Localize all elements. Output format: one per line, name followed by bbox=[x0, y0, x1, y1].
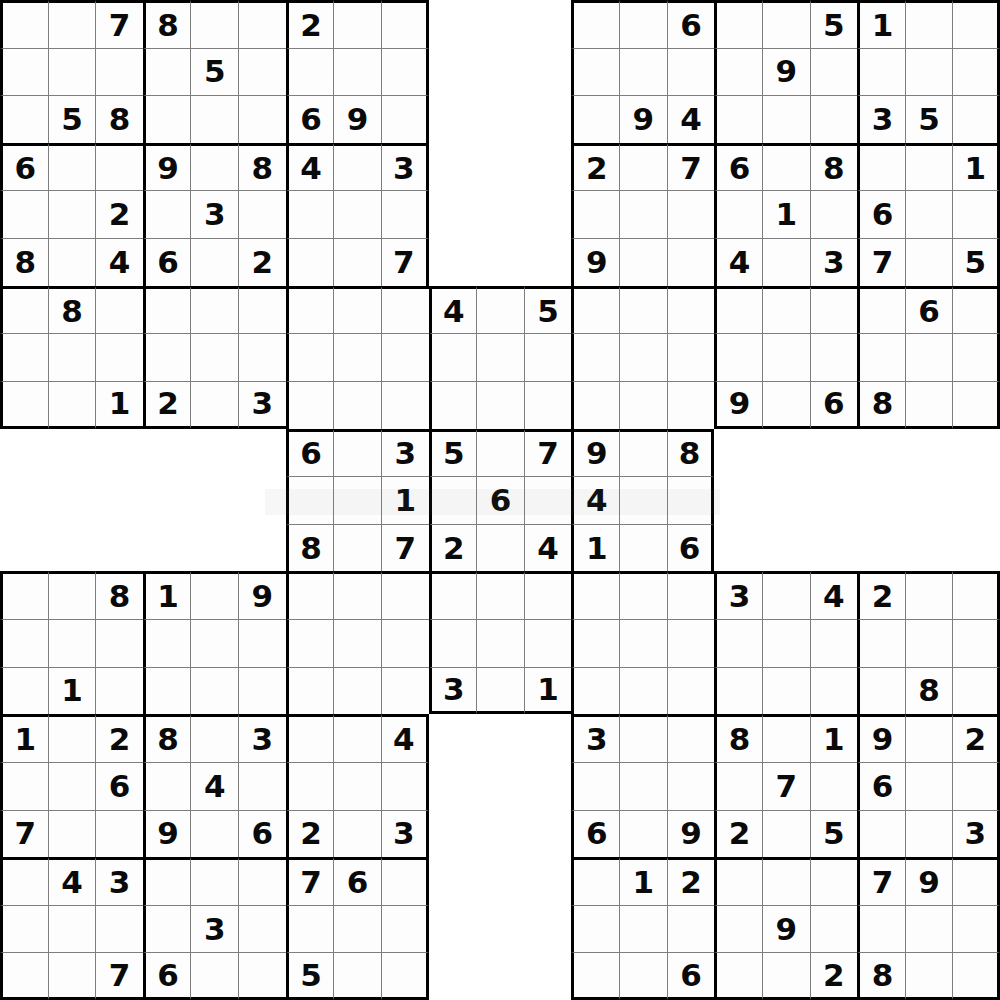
sudoku-cell[interactable] bbox=[333, 476, 381, 524]
sudoku-cell[interactable] bbox=[286, 476, 334, 524]
sudoku-cell-given[interactable]: 6 bbox=[143, 238, 191, 286]
sudoku-cell[interactable] bbox=[571, 762, 619, 810]
sudoku-cell[interactable] bbox=[619, 619, 667, 667]
sudoku-cell[interactable] bbox=[238, 762, 286, 810]
sudoku-cell-given[interactable]: 2 bbox=[667, 857, 715, 905]
sudoku-cell-given[interactable]: 2 bbox=[95, 714, 143, 762]
sudoku-cell-given[interactable]: 2 bbox=[810, 952, 858, 1000]
sudoku-cell[interactable] bbox=[952, 286, 1000, 334]
sudoku-cell-given[interactable]: 5 bbox=[429, 429, 477, 477]
sudoku-cell[interactable] bbox=[952, 857, 1000, 905]
sudoku-cell[interactable] bbox=[333, 286, 381, 334]
sudoku-cell[interactable] bbox=[0, 0, 48, 48]
sudoku-cell-given[interactable]: 8 bbox=[714, 714, 762, 762]
sudoku-cell[interactable] bbox=[333, 524, 381, 572]
sudoku-cell[interactable] bbox=[667, 381, 715, 429]
sudoku-cell[interactable] bbox=[48, 810, 96, 858]
sudoku-cell[interactable] bbox=[952, 667, 1000, 715]
sudoku-cell[interactable] bbox=[95, 667, 143, 715]
sudoku-cell-given[interactable]: 3 bbox=[810, 238, 858, 286]
sudoku-cell[interactable] bbox=[857, 143, 905, 191]
sudoku-cell[interactable] bbox=[0, 952, 48, 1000]
sudoku-cell[interactable] bbox=[143, 905, 191, 953]
sudoku-cell[interactable] bbox=[667, 190, 715, 238]
sudoku-cell[interactable] bbox=[190, 286, 238, 334]
sudoku-cell[interactable] bbox=[571, 619, 619, 667]
sudoku-cell[interactable] bbox=[762, 571, 810, 619]
sudoku-cell[interactable] bbox=[48, 762, 96, 810]
sudoku-cell[interactable] bbox=[429, 476, 477, 524]
sudoku-cell[interactable] bbox=[667, 714, 715, 762]
sudoku-cell-given[interactable]: 3 bbox=[952, 810, 1000, 858]
sudoku-cell-given[interactable]: 4 bbox=[810, 571, 858, 619]
sudoku-cell[interactable] bbox=[952, 952, 1000, 1000]
sudoku-cell[interactable] bbox=[381, 762, 429, 810]
sudoku-cell[interactable] bbox=[810, 333, 858, 381]
sudoku-cell-given[interactable]: 3 bbox=[381, 143, 429, 191]
sudoku-cell-given[interactable]: 5 bbox=[810, 0, 858, 48]
sudoku-cell[interactable] bbox=[381, 190, 429, 238]
sudoku-cell-given[interactable]: 4 bbox=[429, 286, 477, 334]
sudoku-cell[interactable] bbox=[952, 571, 1000, 619]
sudoku-cell[interactable] bbox=[619, 571, 667, 619]
sudoku-cell[interactable] bbox=[524, 571, 572, 619]
sudoku-cell[interactable] bbox=[95, 143, 143, 191]
sudoku-cell[interactable] bbox=[905, 952, 953, 1000]
sudoku-cell-given[interactable]: 4 bbox=[714, 238, 762, 286]
sudoku-cell[interactable] bbox=[143, 857, 191, 905]
sudoku-cell-given[interactable]: 9 bbox=[667, 810, 715, 858]
sudoku-cell-given[interactable]: 1 bbox=[143, 571, 191, 619]
sudoku-cell[interactable] bbox=[619, 333, 667, 381]
sudoku-cell[interactable] bbox=[48, 0, 96, 48]
sudoku-cell[interactable] bbox=[762, 857, 810, 905]
sudoku-cell[interactable] bbox=[95, 286, 143, 334]
sudoku-cell-given[interactable]: 5 bbox=[905, 95, 953, 143]
sudoku-cell[interactable] bbox=[857, 333, 905, 381]
sudoku-cell[interactable] bbox=[714, 667, 762, 715]
sudoku-cell[interactable] bbox=[857, 48, 905, 96]
sudoku-cell-given[interactable]: 3 bbox=[190, 905, 238, 953]
sudoku-cell[interactable] bbox=[905, 762, 953, 810]
sudoku-cell-given[interactable]: 9 bbox=[333, 95, 381, 143]
sudoku-cell[interactable] bbox=[381, 571, 429, 619]
sudoku-cell[interactable] bbox=[524, 619, 572, 667]
sudoku-cell[interactable] bbox=[95, 48, 143, 96]
sudoku-cell[interactable] bbox=[571, 286, 619, 334]
sudoku-cell[interactable] bbox=[333, 952, 381, 1000]
sudoku-cell[interactable] bbox=[667, 905, 715, 953]
sudoku-cell[interactable] bbox=[810, 857, 858, 905]
sudoku-cell[interactable] bbox=[333, 905, 381, 953]
sudoku-cell[interactable] bbox=[619, 238, 667, 286]
sudoku-cell[interactable] bbox=[619, 190, 667, 238]
sudoku-cell[interactable] bbox=[952, 0, 1000, 48]
sudoku-cell[interactable] bbox=[571, 667, 619, 715]
sudoku-cell[interactable] bbox=[286, 381, 334, 429]
sudoku-cell[interactable] bbox=[810, 667, 858, 715]
sudoku-cell[interactable] bbox=[286, 190, 334, 238]
sudoku-cell[interactable] bbox=[476, 286, 524, 334]
sudoku-cell-given[interactable]: 7 bbox=[857, 857, 905, 905]
sudoku-cell-given[interactable]: 6 bbox=[667, 524, 715, 572]
sudoku-cell-given[interactable]: 9 bbox=[905, 857, 953, 905]
sudoku-cell[interactable] bbox=[857, 619, 905, 667]
sudoku-cell[interactable] bbox=[571, 95, 619, 143]
sudoku-cell-given[interactable]: 5 bbox=[952, 238, 1000, 286]
sudoku-cell-given[interactable]: 6 bbox=[0, 143, 48, 191]
sudoku-cell[interactable] bbox=[333, 571, 381, 619]
sudoku-cell[interactable] bbox=[762, 286, 810, 334]
sudoku-cell[interactable] bbox=[286, 905, 334, 953]
sudoku-cell-given[interactable]: 1 bbox=[95, 381, 143, 429]
sudoku-cell-given[interactable]: 6 bbox=[333, 857, 381, 905]
sudoku-cell[interactable] bbox=[333, 762, 381, 810]
sudoku-cell[interactable] bbox=[524, 381, 572, 429]
sudoku-cell-given[interactable]: 2 bbox=[286, 810, 334, 858]
sudoku-cell[interactable] bbox=[667, 619, 715, 667]
sudoku-cell-given[interactable]: 3 bbox=[714, 571, 762, 619]
sudoku-cell[interactable] bbox=[857, 810, 905, 858]
sudoku-cell[interactable] bbox=[0, 286, 48, 334]
sudoku-cell-given[interactable]: 8 bbox=[0, 238, 48, 286]
sudoku-cell[interactable] bbox=[667, 476, 715, 524]
sudoku-cell-given[interactable]: 8 bbox=[143, 0, 191, 48]
sudoku-cell-given[interactable]: 9 bbox=[714, 381, 762, 429]
sudoku-cell[interactable] bbox=[143, 667, 191, 715]
sudoku-cell[interactable] bbox=[381, 48, 429, 96]
sudoku-cell[interactable] bbox=[286, 571, 334, 619]
sudoku-cell[interactable] bbox=[905, 333, 953, 381]
sudoku-cell[interactable] bbox=[571, 952, 619, 1000]
sudoku-cell-given[interactable]: 9 bbox=[571, 429, 619, 477]
sudoku-cell[interactable] bbox=[952, 762, 1000, 810]
sudoku-cell[interactable] bbox=[190, 381, 238, 429]
sudoku-cell[interactable] bbox=[714, 286, 762, 334]
sudoku-cell[interactable] bbox=[95, 333, 143, 381]
sudoku-cell[interactable] bbox=[143, 95, 191, 143]
sudoku-cell[interactable] bbox=[381, 286, 429, 334]
sudoku-cell[interactable] bbox=[190, 571, 238, 619]
sudoku-cell[interactable] bbox=[286, 667, 334, 715]
sudoku-cell-given[interactable]: 8 bbox=[857, 952, 905, 1000]
sudoku-cell[interactable] bbox=[143, 286, 191, 334]
sudoku-cell[interactable] bbox=[190, 95, 238, 143]
sudoku-cell[interactable] bbox=[190, 810, 238, 858]
sudoku-cell[interactable] bbox=[619, 524, 667, 572]
sudoku-cell[interactable] bbox=[810, 905, 858, 953]
sudoku-cell-given[interactable]: 4 bbox=[524, 524, 572, 572]
sudoku-cell[interactable] bbox=[857, 905, 905, 953]
sudoku-cell[interactable] bbox=[667, 238, 715, 286]
sudoku-cell-given[interactable]: 6 bbox=[667, 0, 715, 48]
sudoku-cell-given[interactable]: 2 bbox=[143, 381, 191, 429]
sudoku-cell-given[interactable]: 4 bbox=[286, 143, 334, 191]
sudoku-cell[interactable] bbox=[476, 619, 524, 667]
sudoku-cell-given[interactable]: 3 bbox=[381, 429, 429, 477]
sudoku-cell[interactable] bbox=[476, 429, 524, 477]
sudoku-cell-given[interactable]: 9 bbox=[571, 238, 619, 286]
sudoku-cell[interactable] bbox=[714, 95, 762, 143]
sudoku-cell[interactable] bbox=[476, 571, 524, 619]
sudoku-cell-given[interactable]: 3 bbox=[571, 714, 619, 762]
sudoku-cell[interactable] bbox=[238, 857, 286, 905]
sudoku-cell-given[interactable]: 4 bbox=[95, 238, 143, 286]
sudoku-cell[interactable] bbox=[619, 905, 667, 953]
sudoku-cell[interactable] bbox=[190, 714, 238, 762]
sudoku-cell[interactable] bbox=[381, 905, 429, 953]
sudoku-cell-given[interactable]: 7 bbox=[286, 857, 334, 905]
sudoku-cell[interactable] bbox=[190, 667, 238, 715]
sudoku-cell[interactable] bbox=[95, 905, 143, 953]
sudoku-cell[interactable] bbox=[714, 190, 762, 238]
sudoku-cell[interactable] bbox=[143, 190, 191, 238]
sudoku-cell-given[interactable]: 7 bbox=[381, 238, 429, 286]
sudoku-cell[interactable] bbox=[571, 571, 619, 619]
sudoku-cell[interactable] bbox=[905, 190, 953, 238]
sudoku-cell[interactable] bbox=[905, 143, 953, 191]
sudoku-cell[interactable] bbox=[762, 714, 810, 762]
sudoku-cell-given[interactable]: 1 bbox=[857, 0, 905, 48]
sudoku-cell-given[interactable]: 7 bbox=[95, 0, 143, 48]
sudoku-cell[interactable] bbox=[381, 0, 429, 48]
sudoku-cell[interactable] bbox=[619, 0, 667, 48]
sudoku-cell[interactable] bbox=[714, 762, 762, 810]
sudoku-cell[interactable] bbox=[810, 286, 858, 334]
sudoku-cell-given[interactable]: 7 bbox=[762, 762, 810, 810]
sudoku-cell[interactable] bbox=[429, 619, 477, 667]
sudoku-cell[interactable] bbox=[48, 238, 96, 286]
sudoku-cell-given[interactable]: 5 bbox=[810, 810, 858, 858]
sudoku-cell[interactable] bbox=[762, 95, 810, 143]
sudoku-cell[interactable] bbox=[190, 0, 238, 48]
sudoku-cell-given[interactable]: 2 bbox=[857, 571, 905, 619]
sudoku-cell[interactable] bbox=[857, 286, 905, 334]
sudoku-cell[interactable] bbox=[190, 952, 238, 1000]
sudoku-cell-given[interactable]: 5 bbox=[286, 952, 334, 1000]
sudoku-cell[interactable] bbox=[48, 714, 96, 762]
sudoku-cell[interactable] bbox=[48, 619, 96, 667]
sudoku-cell[interactable] bbox=[95, 619, 143, 667]
sudoku-cell-given[interactable]: 4 bbox=[48, 857, 96, 905]
sudoku-cell-given[interactable]: 1 bbox=[762, 190, 810, 238]
sudoku-cell-given[interactable]: 2 bbox=[952, 714, 1000, 762]
sudoku-cell[interactable] bbox=[143, 333, 191, 381]
sudoku-cell-given[interactable]: 2 bbox=[238, 238, 286, 286]
sudoku-cell-given[interactable]: 3 bbox=[190, 190, 238, 238]
sudoku-cell[interactable] bbox=[571, 381, 619, 429]
sudoku-cell[interactable] bbox=[238, 48, 286, 96]
sudoku-cell-given[interactable]: 8 bbox=[286, 524, 334, 572]
sudoku-cell[interactable] bbox=[619, 667, 667, 715]
sudoku-cell[interactable] bbox=[0, 381, 48, 429]
sudoku-cell[interactable] bbox=[619, 952, 667, 1000]
sudoku-cell[interactable] bbox=[333, 429, 381, 477]
sudoku-cell[interactable] bbox=[905, 48, 953, 96]
sudoku-cell[interactable] bbox=[286, 619, 334, 667]
sudoku-cell[interactable] bbox=[810, 762, 858, 810]
sudoku-cell-given[interactable]: 2 bbox=[286, 0, 334, 48]
sudoku-cell[interactable] bbox=[286, 238, 334, 286]
sudoku-cell[interactable] bbox=[952, 381, 1000, 429]
sudoku-cell[interactable] bbox=[714, 619, 762, 667]
sudoku-cell[interactable] bbox=[286, 48, 334, 96]
sudoku-cell[interactable] bbox=[619, 714, 667, 762]
sudoku-cell[interactable] bbox=[714, 0, 762, 48]
sudoku-cell[interactable] bbox=[333, 810, 381, 858]
sudoku-cell[interactable] bbox=[952, 333, 1000, 381]
sudoku-cell-given[interactable]: 6 bbox=[810, 381, 858, 429]
sudoku-cell-given[interactable]: 5 bbox=[190, 48, 238, 96]
sudoku-cell-given[interactable]: 8 bbox=[95, 95, 143, 143]
sudoku-cell-given[interactable]: 5 bbox=[48, 95, 96, 143]
sudoku-cell[interactable] bbox=[619, 810, 667, 858]
sudoku-cell-given[interactable]: 3 bbox=[238, 381, 286, 429]
sudoku-cell[interactable] bbox=[238, 667, 286, 715]
sudoku-cell[interactable] bbox=[190, 238, 238, 286]
sudoku-cell-given[interactable]: 3 bbox=[857, 95, 905, 143]
sudoku-cell-given[interactable]: 3 bbox=[429, 667, 477, 715]
sudoku-cell-given[interactable]: 2 bbox=[95, 190, 143, 238]
sudoku-cell[interactable] bbox=[714, 905, 762, 953]
sudoku-cell[interactable] bbox=[476, 667, 524, 715]
sudoku-cell[interactable] bbox=[810, 190, 858, 238]
sudoku-cell[interactable] bbox=[48, 381, 96, 429]
sudoku-cell-given[interactable]: 3 bbox=[95, 857, 143, 905]
sudoku-cell-given[interactable]: 1 bbox=[952, 143, 1000, 191]
sudoku-cell[interactable] bbox=[333, 143, 381, 191]
sudoku-cell-given[interactable]: 6 bbox=[571, 810, 619, 858]
sudoku-cell[interactable] bbox=[333, 190, 381, 238]
sudoku-cell[interactable] bbox=[429, 381, 477, 429]
sudoku-cell-given[interactable]: 6 bbox=[714, 143, 762, 191]
sudoku-cell-given[interactable]: 9 bbox=[143, 810, 191, 858]
sudoku-cell[interactable] bbox=[238, 952, 286, 1000]
sudoku-cell-given[interactable]: 3 bbox=[238, 714, 286, 762]
sudoku-cell-given[interactable]: 9 bbox=[619, 95, 667, 143]
sudoku-cell-given[interactable]: 1 bbox=[810, 714, 858, 762]
sudoku-cell[interactable] bbox=[238, 905, 286, 953]
sudoku-cell-given[interactable]: 7 bbox=[857, 238, 905, 286]
sudoku-cell[interactable] bbox=[619, 48, 667, 96]
sudoku-cell[interactable] bbox=[762, 667, 810, 715]
sudoku-cell[interactable] bbox=[571, 190, 619, 238]
sudoku-cell-given[interactable]: 4 bbox=[190, 762, 238, 810]
sudoku-cell[interactable] bbox=[238, 0, 286, 48]
sudoku-cell[interactable] bbox=[48, 48, 96, 96]
sudoku-cell-given[interactable]: 6 bbox=[95, 762, 143, 810]
sudoku-cell[interactable] bbox=[190, 857, 238, 905]
sudoku-cell[interactable] bbox=[381, 667, 429, 715]
sudoku-cell[interactable] bbox=[333, 619, 381, 667]
sudoku-cell[interactable] bbox=[667, 286, 715, 334]
sudoku-cell-given[interactable]: 6 bbox=[143, 952, 191, 1000]
sudoku-cell[interactable] bbox=[286, 286, 334, 334]
sudoku-cell[interactable] bbox=[667, 48, 715, 96]
sudoku-cell[interactable] bbox=[381, 381, 429, 429]
sudoku-cell-given[interactable]: 3 bbox=[381, 810, 429, 858]
sudoku-cell-given[interactable]: 7 bbox=[95, 952, 143, 1000]
sudoku-cell[interactable] bbox=[571, 905, 619, 953]
sudoku-cell[interactable] bbox=[762, 952, 810, 1000]
sudoku-cell[interactable] bbox=[857, 667, 905, 715]
sudoku-cell[interactable] bbox=[48, 143, 96, 191]
sudoku-cell-given[interactable]: 9 bbox=[238, 571, 286, 619]
sudoku-cell-given[interactable]: 9 bbox=[762, 905, 810, 953]
sudoku-cell[interactable] bbox=[286, 714, 334, 762]
sudoku-cell-given[interactable]: 6 bbox=[286, 95, 334, 143]
sudoku-cell[interactable] bbox=[905, 238, 953, 286]
sudoku-cell-given[interactable]: 9 bbox=[857, 714, 905, 762]
sudoku-cell[interactable] bbox=[762, 333, 810, 381]
sudoku-cell-given[interactable]: 6 bbox=[476, 476, 524, 524]
sudoku-cell[interactable] bbox=[333, 48, 381, 96]
sudoku-cell[interactable] bbox=[381, 333, 429, 381]
sudoku-cell-given[interactable]: 7 bbox=[381, 524, 429, 572]
sudoku-cell-given[interactable]: 6 bbox=[667, 952, 715, 1000]
sudoku-cell[interactable] bbox=[619, 143, 667, 191]
sudoku-cell[interactable] bbox=[0, 95, 48, 143]
sudoku-cell[interactable] bbox=[333, 667, 381, 715]
sudoku-cell[interactable] bbox=[95, 810, 143, 858]
sudoku-cell[interactable] bbox=[238, 190, 286, 238]
sudoku-cell[interactable] bbox=[143, 762, 191, 810]
sudoku-cell[interactable] bbox=[48, 905, 96, 953]
sudoku-cell[interactable] bbox=[905, 381, 953, 429]
sudoku-cell-given[interactable]: 1 bbox=[48, 667, 96, 715]
sudoku-cell[interactable] bbox=[0, 190, 48, 238]
sudoku-cell[interactable] bbox=[714, 48, 762, 96]
sudoku-cell[interactable] bbox=[333, 0, 381, 48]
sudoku-cell[interactable] bbox=[619, 429, 667, 477]
sudoku-cell[interactable] bbox=[333, 333, 381, 381]
sudoku-cell[interactable] bbox=[286, 333, 334, 381]
sudoku-cell-given[interactable]: 8 bbox=[810, 143, 858, 191]
sudoku-cell[interactable] bbox=[381, 619, 429, 667]
sudoku-cell[interactable] bbox=[333, 238, 381, 286]
sudoku-cell[interactable] bbox=[714, 952, 762, 1000]
sudoku-cell[interactable] bbox=[905, 619, 953, 667]
sudoku-cell-given[interactable]: 8 bbox=[95, 571, 143, 619]
sudoku-cell-given[interactable]: 5 bbox=[524, 286, 572, 334]
sudoku-cell[interactable] bbox=[762, 143, 810, 191]
sudoku-cell-given[interactable]: 1 bbox=[619, 857, 667, 905]
sudoku-cell[interactable] bbox=[905, 0, 953, 48]
sudoku-cell[interactable] bbox=[476, 333, 524, 381]
sudoku-cell[interactable] bbox=[238, 95, 286, 143]
sudoku-cell[interactable] bbox=[571, 48, 619, 96]
sudoku-cell[interactable] bbox=[762, 810, 810, 858]
sudoku-cell[interactable] bbox=[571, 333, 619, 381]
sudoku-cell-given[interactable]: 1 bbox=[0, 714, 48, 762]
sudoku-cell-given[interactable]: 1 bbox=[524, 667, 572, 715]
sudoku-cell[interactable] bbox=[0, 857, 48, 905]
sudoku-cell[interactable] bbox=[952, 95, 1000, 143]
sudoku-cell-given[interactable]: 2 bbox=[429, 524, 477, 572]
sudoku-cell[interactable] bbox=[905, 810, 953, 858]
sudoku-cell[interactable] bbox=[905, 905, 953, 953]
sudoku-cell-given[interactable]: 1 bbox=[381, 476, 429, 524]
sudoku-cell[interactable] bbox=[333, 381, 381, 429]
sudoku-cell[interactable] bbox=[714, 333, 762, 381]
sudoku-cell-given[interactable]: 6 bbox=[857, 762, 905, 810]
sudoku-cell[interactable] bbox=[48, 190, 96, 238]
sudoku-cell[interactable] bbox=[524, 333, 572, 381]
sudoku-cell-given[interactable]: 9 bbox=[143, 143, 191, 191]
sudoku-cell[interactable] bbox=[190, 333, 238, 381]
sudoku-cell[interactable] bbox=[905, 714, 953, 762]
sudoku-cell[interactable] bbox=[0, 333, 48, 381]
